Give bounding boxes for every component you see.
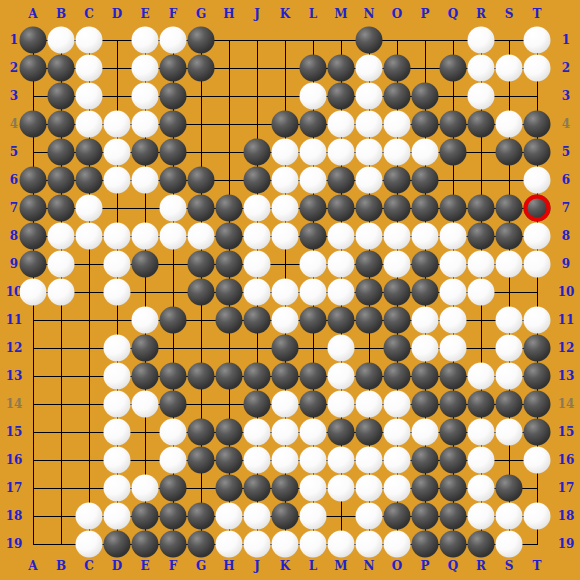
col-label-top: E	[131, 7, 159, 21]
stone-black	[328, 83, 355, 110]
row-label-left: 15	[0, 425, 28, 439]
stone-white	[300, 139, 327, 166]
stone-white	[328, 447, 355, 474]
stone-white	[272, 195, 299, 222]
col-label-top: B	[47, 7, 75, 21]
stone-black	[440, 419, 467, 446]
stone-white	[272, 447, 299, 474]
stone-white	[384, 475, 411, 502]
stone-black	[300, 391, 327, 418]
stone-black	[524, 111, 551, 138]
stone-white	[356, 475, 383, 502]
stone-white	[328, 391, 355, 418]
stone-white	[244, 251, 271, 278]
stone-black	[356, 279, 383, 306]
stone-black	[440, 363, 467, 390]
stone-black	[412, 475, 439, 502]
col-label-bottom: E	[131, 559, 159, 573]
stone-white	[384, 391, 411, 418]
stone-black	[468, 111, 495, 138]
stone-white	[244, 223, 271, 250]
stone-black	[160, 475, 187, 502]
stone-black	[300, 111, 327, 138]
stone-white	[412, 419, 439, 446]
stone-black	[104, 531, 131, 558]
stone-white	[272, 223, 299, 250]
stone-white	[160, 195, 187, 222]
stone-black	[216, 195, 243, 222]
stone-black	[468, 391, 495, 418]
col-label-top: N	[355, 7, 383, 21]
stone-black	[76, 167, 103, 194]
col-label-top: H	[215, 7, 243, 21]
stone-black	[384, 363, 411, 390]
stone-white	[496, 531, 523, 558]
stone-white	[468, 83, 495, 110]
stone-black	[384, 307, 411, 334]
stone-white	[440, 279, 467, 306]
stone-white	[132, 55, 159, 82]
stone-white	[132, 475, 159, 502]
stone-black	[440, 139, 467, 166]
stone-black	[440, 391, 467, 418]
stone-white	[412, 335, 439, 362]
stone-black	[328, 55, 355, 82]
stone-black	[160, 55, 187, 82]
stone-white	[496, 55, 523, 82]
stone-black	[188, 447, 215, 474]
col-label-bottom: P	[411, 559, 439, 573]
stone-black	[132, 335, 159, 362]
stone-black	[300, 195, 327, 222]
stone-white	[440, 251, 467, 278]
row-label-left: 3	[0, 89, 28, 103]
stone-white	[356, 167, 383, 194]
stone-white	[468, 55, 495, 82]
stone-black	[132, 139, 159, 166]
stone-black	[412, 167, 439, 194]
col-label-top: K	[271, 7, 299, 21]
stone-black	[468, 531, 495, 558]
stone-white	[384, 531, 411, 558]
go-board-app: AABBCCDDEEFFGGHHJJKKLLMMNNOOPPQQRRSSTT11…	[0, 0, 580, 580]
stone-white	[244, 447, 271, 474]
stone-white	[384, 447, 411, 474]
stone-white	[496, 419, 523, 446]
col-label-top: L	[299, 7, 327, 21]
stone-white	[496, 251, 523, 278]
stone-white	[300, 279, 327, 306]
stone-black	[300, 307, 327, 334]
stone-black	[300, 363, 327, 390]
stone-black	[412, 447, 439, 474]
stone-white	[300, 167, 327, 194]
col-label-bottom: C	[75, 559, 103, 573]
stone-black	[496, 195, 523, 222]
stone-black	[524, 391, 551, 418]
stone-white	[272, 167, 299, 194]
stone-white	[412, 139, 439, 166]
stone-black	[384, 503, 411, 530]
stone-white	[356, 223, 383, 250]
col-label-bottom: O	[383, 559, 411, 573]
col-label-bottom: L	[299, 559, 327, 573]
stone-white	[356, 503, 383, 530]
stone-black	[132, 503, 159, 530]
row-label-right: 19	[552, 537, 580, 551]
stone-black	[188, 251, 215, 278]
stone-black	[20, 111, 47, 138]
stone-black	[188, 419, 215, 446]
stone-white	[132, 391, 159, 418]
stone-white	[524, 223, 551, 250]
stone-black	[440, 55, 467, 82]
stone-white	[20, 279, 47, 306]
stone-white	[384, 111, 411, 138]
row-label-right: 7	[552, 201, 580, 215]
stone-black	[216, 475, 243, 502]
stone-white	[356, 83, 383, 110]
stone-white	[104, 223, 131, 250]
stone-white	[328, 335, 355, 362]
stone-white	[300, 447, 327, 474]
stone-black	[20, 251, 47, 278]
stone-black	[384, 83, 411, 110]
col-label-bottom: R	[467, 559, 495, 573]
stone-black	[384, 167, 411, 194]
col-label-top: D	[103, 7, 131, 21]
stone-white	[524, 307, 551, 334]
stone-white	[48, 251, 75, 278]
stone-white	[412, 223, 439, 250]
stone-black	[48, 83, 75, 110]
stone-white	[132, 307, 159, 334]
stone-black	[356, 363, 383, 390]
stone-black	[216, 223, 243, 250]
stone-white	[524, 251, 551, 278]
stone-black	[496, 139, 523, 166]
stone-white	[300, 531, 327, 558]
stone-black	[20, 195, 47, 222]
stone-black	[440, 475, 467, 502]
stone-black	[412, 195, 439, 222]
stone-black	[384, 195, 411, 222]
stone-white	[104, 503, 131, 530]
stone-black	[328, 307, 355, 334]
stone-white	[524, 447, 551, 474]
stone-black	[272, 111, 299, 138]
stone-white	[272, 139, 299, 166]
stone-white	[328, 279, 355, 306]
stone-white	[524, 167, 551, 194]
stone-black	[244, 307, 271, 334]
stone-white	[104, 335, 131, 362]
row-label-left: 17	[0, 481, 28, 495]
stone-white	[440, 223, 467, 250]
stone-white	[468, 475, 495, 502]
stone-white	[244, 279, 271, 306]
row-label-right: 15	[552, 425, 580, 439]
stone-black	[272, 503, 299, 530]
stone-black	[384, 279, 411, 306]
row-label-right: 13	[552, 369, 580, 383]
stone-black	[20, 223, 47, 250]
stone-white	[160, 223, 187, 250]
stone-white	[104, 167, 131, 194]
stone-white	[328, 111, 355, 138]
stone-black	[132, 531, 159, 558]
stone-white	[132, 83, 159, 110]
row-label-right: 17	[552, 481, 580, 495]
stone-white	[468, 503, 495, 530]
stone-black	[160, 363, 187, 390]
stone-white	[440, 307, 467, 334]
col-label-bottom: K	[271, 559, 299, 573]
stone-black	[48, 111, 75, 138]
row-label-left: 5	[0, 145, 28, 159]
stone-white	[524, 55, 551, 82]
stone-black	[188, 27, 215, 54]
stone-white	[272, 531, 299, 558]
stone-white	[160, 419, 187, 446]
stone-white	[496, 503, 523, 530]
stone-black	[188, 503, 215, 530]
stone-black	[412, 83, 439, 110]
stone-black	[188, 167, 215, 194]
stone-black	[244, 167, 271, 194]
stone-white	[356, 111, 383, 138]
stone-black	[496, 391, 523, 418]
stone-white	[76, 223, 103, 250]
row-label-right: 3	[552, 89, 580, 103]
stone-black	[356, 307, 383, 334]
stone-black	[48, 55, 75, 82]
stone-white	[48, 279, 75, 306]
stone-black	[356, 419, 383, 446]
stone-white	[48, 223, 75, 250]
stone-white	[356, 139, 383, 166]
stone-white	[76, 503, 103, 530]
stone-white	[244, 195, 271, 222]
stone-white	[132, 167, 159, 194]
stone-black	[412, 251, 439, 278]
col-label-top: T	[523, 7, 551, 21]
stone-black	[272, 335, 299, 362]
stone-white	[244, 503, 271, 530]
row-label-left: 11	[0, 313, 28, 327]
col-label-bottom: Q	[439, 559, 467, 573]
col-label-bottom: N	[355, 559, 383, 573]
stone-black	[328, 419, 355, 446]
row-label-right: 6	[552, 173, 580, 187]
row-label-right: 4	[552, 117, 580, 131]
stone-black	[244, 475, 271, 502]
stone-white	[356, 55, 383, 82]
stone-black	[440, 503, 467, 530]
stone-black	[20, 55, 47, 82]
row-label-right: 12	[552, 341, 580, 355]
stone-white	[328, 363, 355, 390]
row-label-right: 11	[552, 313, 580, 327]
col-label-bottom: M	[327, 559, 355, 573]
stone-black	[468, 223, 495, 250]
col-label-bottom: H	[215, 559, 243, 573]
row-label-right: 16	[552, 453, 580, 467]
stone-white	[104, 111, 131, 138]
stone-black	[216, 419, 243, 446]
stone-white	[132, 27, 159, 54]
stone-white	[384, 139, 411, 166]
stone-white	[272, 419, 299, 446]
col-label-bottom: T	[523, 559, 551, 573]
stone-black	[160, 503, 187, 530]
stone-black	[524, 139, 551, 166]
stone-black	[272, 475, 299, 502]
stone-black	[48, 167, 75, 194]
row-label-right: 8	[552, 229, 580, 243]
stone-white	[160, 27, 187, 54]
stone-black	[188, 195, 215, 222]
stone-black	[188, 55, 215, 82]
stone-white	[104, 419, 131, 446]
stone-white	[104, 475, 131, 502]
row-label-left: 13	[0, 369, 28, 383]
stone-black	[524, 363, 551, 390]
stone-black	[384, 335, 411, 362]
stone-black	[412, 111, 439, 138]
col-label-top: G	[187, 7, 215, 21]
stone-black	[160, 83, 187, 110]
stone-black	[160, 111, 187, 138]
col-label-bottom: D	[103, 559, 131, 573]
stone-white	[412, 307, 439, 334]
stone-black	[48, 139, 75, 166]
stone-white	[468, 251, 495, 278]
stone-white	[356, 447, 383, 474]
stone-black	[216, 251, 243, 278]
col-label-top: P	[411, 7, 439, 21]
stone-white	[76, 111, 103, 138]
stone-black	[440, 447, 467, 474]
row-label-left: 12	[0, 341, 28, 355]
stone-white	[384, 251, 411, 278]
stone-black	[496, 223, 523, 250]
stone-white	[524, 503, 551, 530]
stone-white	[76, 195, 103, 222]
stone-black	[440, 111, 467, 138]
stone-white	[76, 55, 103, 82]
stone-black	[216, 447, 243, 474]
stone-black	[496, 475, 523, 502]
stone-black	[356, 27, 383, 54]
stone-white	[328, 531, 355, 558]
stone-white	[216, 503, 243, 530]
stone-white	[104, 447, 131, 474]
row-label-left: 18	[0, 509, 28, 523]
stone-black	[412, 363, 439, 390]
last-move-marker	[524, 195, 551, 222]
stone-white	[104, 139, 131, 166]
stone-black	[440, 195, 467, 222]
stone-black	[216, 279, 243, 306]
stone-white	[468, 27, 495, 54]
stone-black	[244, 363, 271, 390]
stone-black	[244, 391, 271, 418]
row-label-right: 10	[552, 285, 580, 299]
stone-black	[216, 307, 243, 334]
stone-white	[76, 83, 103, 110]
col-label-top: O	[383, 7, 411, 21]
stone-white	[272, 307, 299, 334]
stone-white	[496, 335, 523, 362]
stone-white	[440, 335, 467, 362]
col-label-top: M	[327, 7, 355, 21]
stone-black	[412, 279, 439, 306]
stone-black	[160, 391, 187, 418]
stone-white	[132, 111, 159, 138]
stone-black	[272, 363, 299, 390]
col-label-top: C	[75, 7, 103, 21]
stone-white	[300, 475, 327, 502]
stone-black	[160, 307, 187, 334]
stone-white	[48, 27, 75, 54]
stone-black	[356, 195, 383, 222]
col-label-top: Q	[439, 7, 467, 21]
stone-white	[300, 251, 327, 278]
stone-white	[496, 363, 523, 390]
stone-black	[524, 335, 551, 362]
stone-black	[328, 195, 355, 222]
stone-white	[76, 27, 103, 54]
stone-white	[328, 223, 355, 250]
stone-white	[468, 279, 495, 306]
stone-white	[104, 251, 131, 278]
stone-white	[300, 503, 327, 530]
stone-black	[412, 531, 439, 558]
row-label-right: 14	[552, 397, 580, 411]
stone-black	[216, 363, 243, 390]
stone-black	[300, 223, 327, 250]
row-label-right: 9	[552, 257, 580, 271]
col-label-bottom: J	[243, 559, 271, 573]
stone-black	[328, 167, 355, 194]
stone-white	[76, 531, 103, 558]
col-label-bottom: F	[159, 559, 187, 573]
stone-white	[104, 391, 131, 418]
stone-black	[356, 251, 383, 278]
row-label-right: 5	[552, 145, 580, 159]
stone-black	[244, 139, 271, 166]
stone-white	[496, 111, 523, 138]
stone-black	[132, 251, 159, 278]
stone-black	[160, 531, 187, 558]
stone-black	[412, 503, 439, 530]
stone-white	[216, 531, 243, 558]
stone-white	[356, 531, 383, 558]
col-label-bottom: G	[187, 559, 215, 573]
stone-black	[524, 419, 551, 446]
stone-white	[328, 251, 355, 278]
stone-white	[468, 447, 495, 474]
col-label-top: R	[467, 7, 495, 21]
col-label-top: J	[243, 7, 271, 21]
row-label-left: 16	[0, 453, 28, 467]
stone-black	[188, 363, 215, 390]
stone-white	[244, 419, 271, 446]
stone-white	[468, 363, 495, 390]
col-label-bottom: A	[19, 559, 47, 573]
row-label-left: 14	[0, 397, 28, 411]
